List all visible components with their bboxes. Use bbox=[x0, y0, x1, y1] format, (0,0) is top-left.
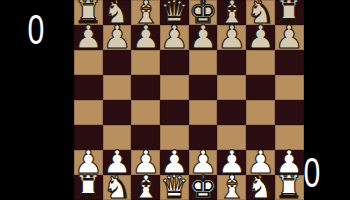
square-d4[interactable] bbox=[160, 100, 189, 125]
square-h6[interactable] bbox=[275, 50, 304, 75]
piece-black-pawn[interactable]: ♟ bbox=[160, 25, 189, 50]
square-c4[interactable] bbox=[131, 100, 160, 125]
square-f7[interactable]: ♟ bbox=[217, 25, 246, 50]
square-d1[interactable]: ♛ bbox=[160, 175, 189, 200]
square-g7[interactable]: ♟ bbox=[246, 25, 275, 50]
square-h5[interactable] bbox=[275, 75, 304, 100]
square-b6[interactable] bbox=[103, 50, 132, 75]
square-g5[interactable] bbox=[246, 75, 275, 100]
square-e4[interactable] bbox=[189, 100, 218, 125]
square-b1[interactable]: ♞ bbox=[103, 175, 132, 200]
square-d6[interactable] bbox=[160, 50, 189, 75]
square-a1[interactable]: ♜ bbox=[74, 175, 103, 200]
black-score: 0 bbox=[25, 7, 47, 53]
square-a7[interactable]: ♟ bbox=[74, 25, 103, 50]
chess-game-screen: 0 ♜♞♝♛♚♝♞♜♟♟♟♟♟♟♟♟♟♟♟♟♟♟♟♟♜♞♝♛♚♝♞♜ 0 bbox=[0, 0, 350, 200]
piece-black-pawn[interactable]: ♟ bbox=[246, 25, 275, 50]
piece-white-bishop[interactable]: ♝ bbox=[217, 175, 246, 200]
piece-white-bishop[interactable]: ♝ bbox=[131, 175, 160, 200]
square-e1[interactable]: ♚ bbox=[189, 175, 218, 200]
square-g1[interactable]: ♞ bbox=[246, 175, 275, 200]
square-a5[interactable] bbox=[74, 75, 103, 100]
square-g6[interactable] bbox=[246, 50, 275, 75]
square-c6[interactable] bbox=[131, 50, 160, 75]
piece-white-queen[interactable]: ♛ bbox=[160, 175, 189, 200]
square-e6[interactable] bbox=[189, 50, 218, 75]
square-e7[interactable]: ♟ bbox=[189, 25, 218, 50]
white-score: 0 bbox=[301, 150, 323, 196]
square-c1[interactable]: ♝ bbox=[131, 175, 160, 200]
square-b5[interactable] bbox=[103, 75, 132, 100]
square-d5[interactable] bbox=[160, 75, 189, 100]
square-a6[interactable] bbox=[74, 50, 103, 75]
piece-black-pawn[interactable]: ♟ bbox=[74, 25, 103, 50]
square-h4[interactable] bbox=[275, 100, 304, 125]
square-f1[interactable]: ♝ bbox=[217, 175, 246, 200]
chess-board: ♜♞♝♛♚♝♞♜♟♟♟♟♟♟♟♟♟♟♟♟♟♟♟♟♜♞♝♛♚♝♞♜ bbox=[74, 0, 277, 200]
piece-white-king[interactable]: ♚ bbox=[189, 175, 218, 200]
piece-white-knight[interactable]: ♞ bbox=[103, 175, 132, 200]
square-b4[interactable] bbox=[103, 100, 132, 125]
piece-white-rook[interactable]: ♜ bbox=[74, 175, 103, 200]
square-f4[interactable] bbox=[217, 100, 246, 125]
piece-black-pawn[interactable]: ♟ bbox=[189, 25, 218, 50]
square-d7[interactable]: ♟ bbox=[160, 25, 189, 50]
piece-black-pawn[interactable]: ♟ bbox=[217, 25, 246, 50]
square-f6[interactable] bbox=[217, 50, 246, 75]
square-c7[interactable]: ♟ bbox=[131, 25, 160, 50]
piece-white-knight[interactable]: ♞ bbox=[246, 175, 275, 200]
square-h1[interactable]: ♜ bbox=[275, 175, 304, 200]
piece-black-pawn[interactable]: ♟ bbox=[131, 25, 160, 50]
square-g4[interactable] bbox=[246, 100, 275, 125]
piece-black-pawn[interactable]: ♟ bbox=[103, 25, 132, 50]
square-b7[interactable]: ♟ bbox=[103, 25, 132, 50]
square-c5[interactable] bbox=[131, 75, 160, 100]
square-f5[interactable] bbox=[217, 75, 246, 100]
square-h7[interactable]: ♟ bbox=[275, 25, 304, 50]
piece-black-pawn[interactable]: ♟ bbox=[275, 25, 304, 50]
piece-white-rook[interactable]: ♜ bbox=[275, 175, 304, 200]
square-a4[interactable] bbox=[74, 100, 103, 125]
square-e5[interactable] bbox=[189, 75, 218, 100]
